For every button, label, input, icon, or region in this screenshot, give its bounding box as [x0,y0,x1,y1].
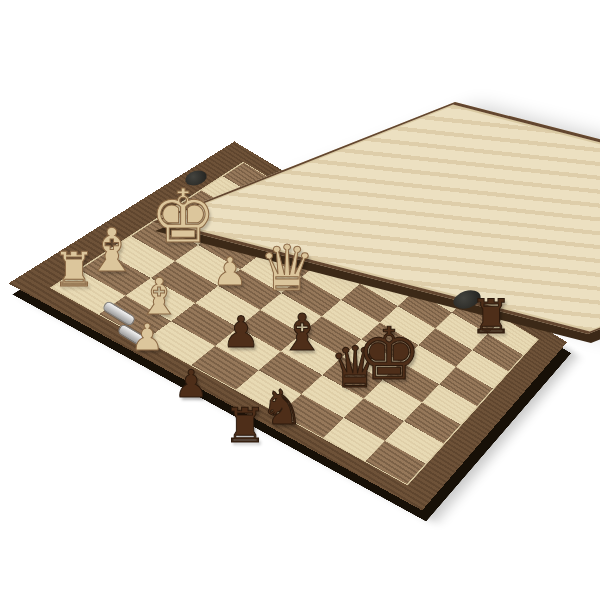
piece-black-rook-c3[interactable]: ♜ [223,401,266,449]
piece-white-pawn-a4[interactable]: ♟ [130,319,163,356]
piece-black-pawn-b4[interactable]: ♟ [174,365,208,403]
piece-white-bishop-b8[interactable]: ♝ [85,220,139,280]
piece-white-pawn-d6[interactable]: ♟ [213,252,248,291]
piece-black-pawn-c4[interactable]: ♟ [222,311,261,354]
chess-set-photo: ♜♝♚♟♛♝♟♟♟♝♞♜♛♚♜ [0,0,600,600]
piece-white-king-d8[interactable]: ♚ [150,179,216,253]
piece-black-king-g3[interactable]: ♚ [357,318,422,390]
piece-black-bishop-e4[interactable]: ♝ [279,307,325,358]
piece-black-rook-h1[interactable]: ♜ [470,293,512,340]
pieces-layer: ♜♝♚♟♛♝♟♟♟♝♞♜♛♚♜ [0,0,600,600]
piece-white-queen-f6[interactable]: ♛ [259,237,315,300]
piece-black-knight-d3[interactable]: ♞ [260,383,303,431]
piece-white-bishop-b5[interactable]: ♝ [137,272,182,322]
